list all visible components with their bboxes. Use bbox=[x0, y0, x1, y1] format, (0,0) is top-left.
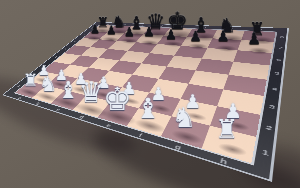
piece-black-pawn-e7[interactable]: ♟ bbox=[165, 28, 177, 41]
piece-white-rook-a1[interactable]: ♜ bbox=[23, 73, 38, 90]
chessboard-scene: aa88bb77cc66dd55ee44ff33gg22hh11 ♜♞♝♛♚♝♞… bbox=[0, 0, 300, 188]
piece-black-pawn-f7[interactable]: ♟ bbox=[189, 29, 202, 43]
piece-black-pawn-c7[interactable]: ♟ bbox=[124, 26, 135, 38]
piece-black-pawn-h7[interactable]: ♟ bbox=[247, 31, 261, 46]
piece-black-pawn-g7[interactable]: ♟ bbox=[217, 30, 230, 45]
piece-black-pawn-a7[interactable]: ♟ bbox=[90, 24, 100, 35]
piece-white-king-e1[interactable]: ♚ bbox=[103, 82, 132, 114]
piece-white-knight-b1[interactable]: ♞ bbox=[39, 74, 57, 94]
piece-white-queen-d1[interactable]: ♛ bbox=[78, 79, 103, 107]
piece-black-pawn-d7[interactable]: ♟ bbox=[143, 27, 155, 40]
piece-white-knight-g1[interactable]: ♞ bbox=[172, 104, 196, 131]
piece-white-rook-h1[interactable]: ♜ bbox=[215, 117, 238, 143]
pieces-layer: ♜♞♝♛♚♝♞♜♟♟♟♟♟♟♟♟♟♟♟♟♟♟♟♟♜♞♝♛♚♝♞♜ bbox=[0, 0, 300, 188]
piece-white-bishop-c1[interactable]: ♝ bbox=[58, 77, 79, 100]
piece-white-bishop-f1[interactable]: ♝ bbox=[135, 94, 160, 122]
piece-black-pawn-b7[interactable]: ♟ bbox=[106, 25, 117, 37]
